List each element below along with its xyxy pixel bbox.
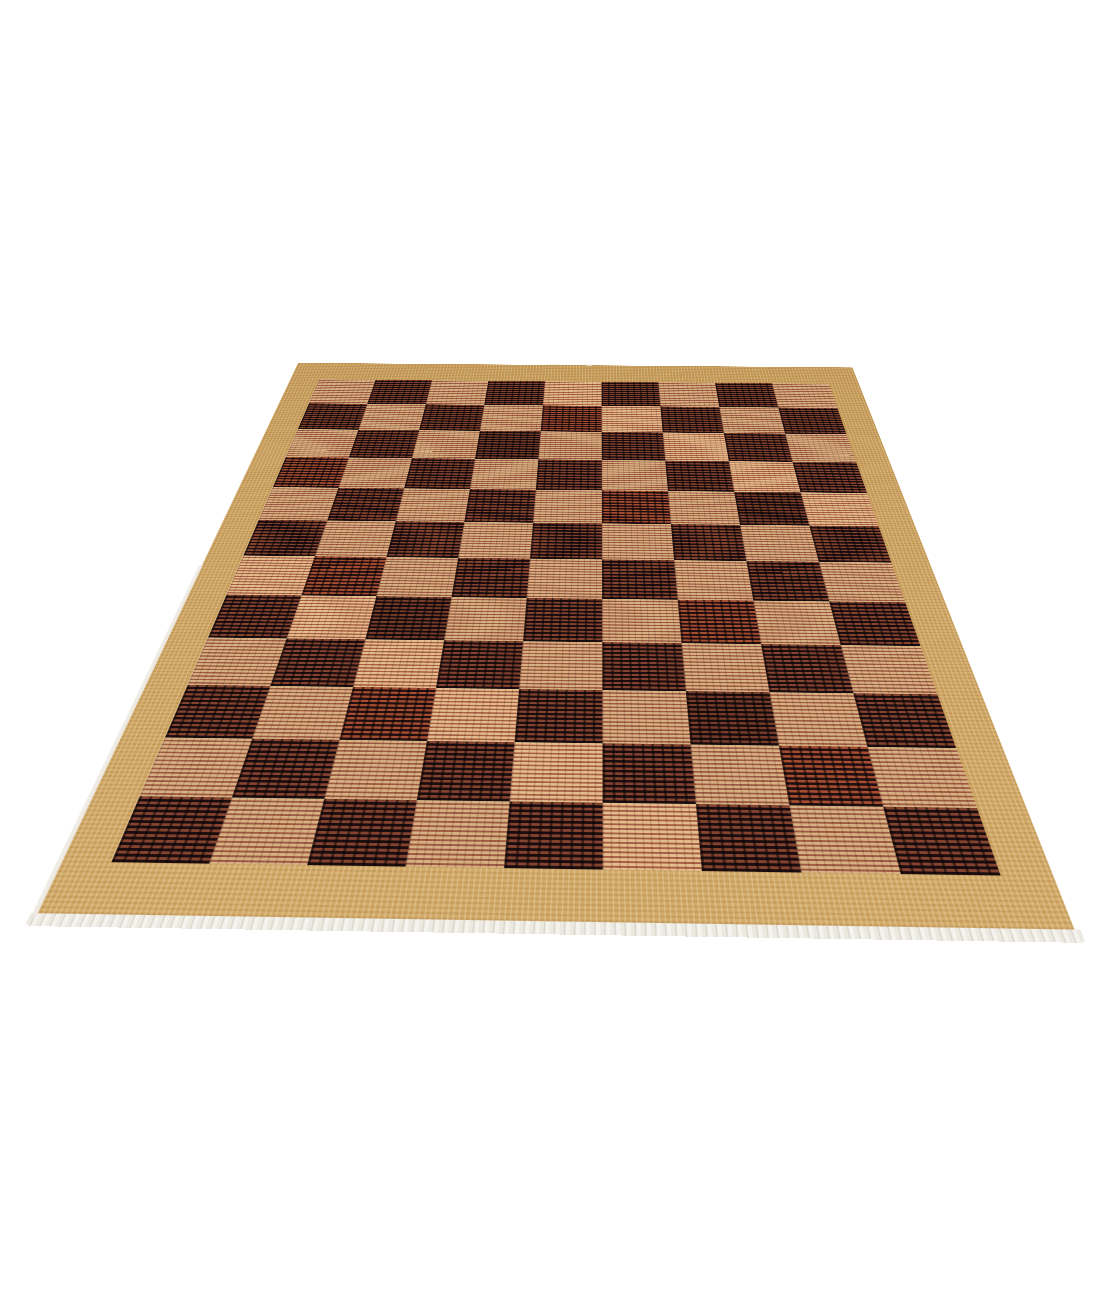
- board-square-r1c5-light: [543, 381, 602, 406]
- board-square-r7c5-light: [527, 559, 602, 599]
- top-fringe-tuft: [547, 364, 559, 366]
- board-square-r12c6-light: [603, 803, 702, 871]
- board-square-r5c7-light: [668, 491, 740, 525]
- board-square-r2c3-dark: [419, 404, 484, 430]
- board-square-r7c3-light: [376, 557, 458, 597]
- board-square-r8c8-light: [753, 601, 840, 645]
- board-square-r7c7-light: [674, 560, 753, 600]
- board-square-r10c8-light: [769, 692, 867, 747]
- board-square-r1c1-light: [309, 379, 376, 403]
- board-square-r5c8-dark: [734, 492, 809, 526]
- board-square-r6c5-dark: [530, 523, 602, 560]
- board-square-r6c2-light: [315, 520, 396, 557]
- board-square-r9c7-light: [682, 643, 770, 692]
- board-square-r1c8-dark: [715, 383, 778, 408]
- board-square-r7c6-dark: [602, 559, 678, 599]
- rug: [36, 363, 1075, 931]
- board-square-r2c2-light: [358, 404, 425, 430]
- board-square-r10c4-light: [427, 688, 519, 742]
- board-square-r8c1-dark: [208, 595, 301, 639]
- board-square-r1c2-dark: [367, 380, 432, 405]
- board-square-r5c4-dark: [464, 489, 536, 523]
- board-square-r10c9-dark: [853, 693, 956, 748]
- board-square-r1c6-dark: [602, 382, 661, 407]
- board-square-r8c3-dark: [365, 596, 451, 640]
- board-square-r2c8-light: [719, 407, 785, 434]
- board-square-r6c1-dark: [243, 520, 327, 556]
- board-square-r3c8-dark: [724, 433, 793, 462]
- board-square-r11c3-light: [324, 740, 427, 800]
- board-square-r5c2-dark: [327, 488, 404, 522]
- board-square-r10c2-light: [252, 686, 353, 740]
- board-square-r6c7-dark: [671, 524, 746, 561]
- board-square-r10c7-dark: [686, 691, 779, 746]
- board-square-r5c6-dark: [602, 490, 671, 524]
- board-square-r5c9-light: [801, 492, 879, 526]
- board-square-r4c2-light: [338, 458, 411, 489]
- board-square-r3c7-light: [663, 432, 729, 461]
- board-square-r4c5-dark: [536, 459, 602, 490]
- board-square-r3c6-dark: [602, 432, 666, 461]
- board-square-r2c6-light: [602, 406, 663, 433]
- board-square-r9c4-dark: [436, 640, 523, 689]
- board-square-r3c4-dark: [475, 431, 541, 460]
- board-square-r1c7-light: [658, 382, 719, 407]
- board-square-r12c8-light: [789, 805, 900, 874]
- board-square-r11c5-light: [510, 742, 603, 803]
- board-square-r6c6-light: [602, 523, 674, 560]
- checkerboard: [111, 379, 1000, 875]
- board-square-r4c7-dark: [665, 461, 734, 492]
- board-square-r8c6-light: [602, 599, 681, 643]
- board-square-r5c5-light: [533, 490, 602, 524]
- board-square-r3c1-light: [286, 429, 359, 457]
- board-square-r7c2-dark: [301, 556, 386, 596]
- board-square-r9c2-dark: [270, 638, 365, 687]
- board-square-r11c6-dark: [602, 743, 695, 804]
- board-square-r2c5-dark: [541, 405, 602, 432]
- board-square-r3c9-light: [785, 434, 856, 463]
- board-square-r9c3-light: [353, 639, 444, 688]
- board-square-r2c9-dark: [778, 407, 846, 434]
- board-square-r8c2-light: [287, 595, 377, 639]
- board-square-r4c1-dark: [273, 457, 349, 488]
- rug-product-photo: [0, 0, 1100, 1300]
- board-square-r10c6-light: [602, 690, 690, 744]
- board-square-r7c1-light: [227, 555, 315, 595]
- board-square-r11c8-dark: [779, 746, 883, 807]
- board-square-r1c3-light: [426, 380, 489, 405]
- board-square-r12c3-dark: [307, 799, 417, 867]
- board-square-r12c4-light: [405, 800, 509, 868]
- board-square-r3c3-light: [412, 430, 480, 459]
- board-square-r8c5-dark: [523, 598, 602, 642]
- board-square-r4c8-light: [729, 461, 801, 492]
- board-square-r5c3-light: [396, 488, 470, 522]
- board-square-r11c9-light: [867, 747, 977, 808]
- board-square-r11c7-light: [691, 744, 790, 805]
- board-square-r1c9-light: [772, 383, 837, 408]
- board-square-r9c8-dark: [761, 644, 853, 693]
- board-square-r6c8-light: [740, 525, 819, 562]
- board-square-r10c5-dark: [515, 689, 603, 743]
- board-square-r1c4-dark: [484, 381, 545, 406]
- board-square-r9c5-light: [519, 641, 602, 690]
- board-square-r6c4-light: [458, 522, 533, 559]
- board-square-r11c2-dark: [232, 739, 340, 799]
- board-square-r12c5-dark: [504, 801, 603, 869]
- board-square-r6c9-dark: [809, 526, 891, 563]
- board-square-r6c3-dark: [386, 521, 464, 558]
- board-square-r4c3-dark: [404, 458, 475, 489]
- board-square-r10c3-dark: [339, 687, 436, 741]
- board-square-r4c9-dark: [793, 462, 867, 493]
- board-square-r2c4-light: [480, 405, 543, 431]
- board-square-r3c5-light: [538, 431, 601, 460]
- board-square-r3c2-dark: [349, 430, 419, 458]
- board-square-r12c9-dark: [883, 807, 1001, 876]
- board-square-r9c6-dark: [602, 642, 686, 691]
- board-square-r8c4-light: [444, 597, 527, 641]
- board-square-r2c1-dark: [298, 403, 367, 429]
- board-square-r12c7-dark: [696, 804, 801, 872]
- board-square-r7c9-light: [819, 562, 905, 603]
- board-square-r7c8-dark: [746, 561, 829, 601]
- top-fringe-tuft: [585, 364, 593, 366]
- board-square-r2c7-dark: [660, 406, 723, 433]
- bottom-fringe: [25, 913, 1086, 943]
- board-square-r8c9-dark: [829, 601, 920, 646]
- board-square-r5c1-light: [259, 487, 339, 520]
- board-square-r4c6-light: [602, 460, 668, 491]
- board-square-r8c7-dark: [678, 600, 761, 644]
- board-square-r4c4-light: [470, 459, 538, 490]
- board-square-r9c9-light: [841, 645, 938, 694]
- board-square-r11c4-dark: [417, 741, 515, 801]
- board-square-r7c4-dark: [451, 558, 530, 598]
